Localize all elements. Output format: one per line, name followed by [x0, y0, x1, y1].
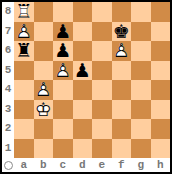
- square-b6[interactable]: [34, 41, 54, 61]
- file-label-a: a: [14, 158, 34, 172]
- square-g8[interactable]: [131, 2, 151, 22]
- piece-outline: ♙: [112, 41, 132, 61]
- square-a4[interactable]: [14, 80, 34, 100]
- square-h8[interactable]: [151, 2, 171, 22]
- piece-outline: ♙: [53, 61, 73, 81]
- square-d8[interactable]: [73, 2, 93, 22]
- side-to-move-corner: [2, 158, 14, 172]
- file-label-d: d: [73, 158, 93, 172]
- square-g5[interactable]: [131, 61, 151, 81]
- black-pawn[interactable]: ♟: [53, 41, 73, 61]
- square-h7[interactable]: [151, 22, 171, 42]
- square-h6[interactable]: [151, 41, 171, 61]
- square-a6[interactable]: ♜: [14, 41, 34, 61]
- rank-label-3: 3: [2, 100, 14, 120]
- rank-label-2: 2: [2, 119, 14, 139]
- square-a1[interactable]: [14, 139, 34, 159]
- square-d4[interactable]: [73, 80, 93, 100]
- file-label-e: e: [92, 158, 112, 172]
- square-d1[interactable]: [73, 139, 93, 159]
- square-e3[interactable]: [92, 100, 112, 120]
- white-pawn[interactable]: ♟♙: [112, 41, 132, 61]
- square-h2[interactable]: [151, 119, 171, 139]
- square-a5[interactable]: [14, 61, 34, 81]
- piece-outline: ♙: [14, 22, 34, 42]
- square-e4[interactable]: [92, 80, 112, 100]
- square-e1[interactable]: [92, 139, 112, 159]
- square-b5[interactable]: [34, 61, 54, 81]
- piece-outline: ♔: [34, 100, 54, 120]
- white-pawn[interactable]: ♟♙: [34, 80, 54, 100]
- square-b4[interactable]: ♟♙: [34, 80, 54, 100]
- chess-diagram: 8♜♖7♟♙♟♚6♜♟♟♙5♟♙♟4♟♙3♚♔21abcdefgh: [0, 0, 172, 174]
- square-b8[interactable]: [34, 2, 54, 22]
- square-h1[interactable]: [151, 139, 171, 159]
- chess-board: 8♜♖7♟♙♟♚6♜♟♟♙5♟♙♟4♟♙3♚♔21abcdefgh: [2, 2, 170, 172]
- square-b1[interactable]: [34, 139, 54, 159]
- square-d5[interactable]: ♟: [73, 61, 93, 81]
- white-pawn[interactable]: ♟♙: [14, 22, 34, 42]
- square-h4[interactable]: [151, 80, 171, 100]
- square-c2[interactable]: [53, 119, 73, 139]
- rank-label-6: 6: [2, 41, 14, 61]
- square-e2[interactable]: [92, 119, 112, 139]
- square-b3[interactable]: ♚♔: [34, 100, 54, 120]
- square-f7[interactable]: ♚: [112, 22, 132, 42]
- file-label-c: c: [53, 158, 73, 172]
- square-f4[interactable]: [112, 80, 132, 100]
- square-c7[interactable]: ♟: [53, 22, 73, 42]
- black-rook[interactable]: ♜: [14, 41, 34, 61]
- square-c1[interactable]: [53, 139, 73, 159]
- rank-label-4: 4: [2, 80, 14, 100]
- square-f8[interactable]: [112, 2, 132, 22]
- square-d3[interactable]: [73, 100, 93, 120]
- square-g6[interactable]: [131, 41, 151, 61]
- white-pawn[interactable]: ♟♙: [53, 61, 73, 81]
- square-f1[interactable]: [112, 139, 132, 159]
- square-a7[interactable]: ♟♙: [14, 22, 34, 42]
- square-g1[interactable]: [131, 139, 151, 159]
- rank-label-8: 8: [2, 2, 14, 22]
- file-label-h: h: [151, 158, 171, 172]
- square-a2[interactable]: [14, 119, 34, 139]
- rank-label-7: 7: [2, 22, 14, 42]
- square-b7[interactable]: [34, 22, 54, 42]
- square-g3[interactable]: [131, 100, 151, 120]
- square-h5[interactable]: [151, 61, 171, 81]
- white-rook[interactable]: ♜♖: [14, 2, 34, 22]
- square-c8[interactable]: [53, 2, 73, 22]
- square-f3[interactable]: [112, 100, 132, 120]
- square-g2[interactable]: [131, 119, 151, 139]
- black-king[interactable]: ♚: [112, 22, 132, 42]
- rank-label-5: 5: [2, 61, 14, 81]
- square-f5[interactable]: [112, 61, 132, 81]
- white-king[interactable]: ♚♔: [34, 100, 54, 120]
- white-to-move-indicator-icon: [4, 161, 13, 170]
- square-e5[interactable]: [92, 61, 112, 81]
- square-e6[interactable]: [92, 41, 112, 61]
- square-c4[interactable]: [53, 80, 73, 100]
- piece-outline: ♙: [34, 80, 54, 100]
- rank-label-1: 1: [2, 139, 14, 159]
- square-c6[interactable]: ♟: [53, 41, 73, 61]
- file-label-b: b: [34, 158, 54, 172]
- square-a8[interactable]: ♜♖: [14, 2, 34, 22]
- square-c5[interactable]: ♟♙: [53, 61, 73, 81]
- square-d6[interactable]: [73, 41, 93, 61]
- square-c3[interactable]: [53, 100, 73, 120]
- square-h3[interactable]: [151, 100, 171, 120]
- square-e8[interactable]: [92, 2, 112, 22]
- square-g7[interactable]: [131, 22, 151, 42]
- square-f6[interactable]: ♟♙: [112, 41, 132, 61]
- piece-outline: ♖: [14, 2, 34, 22]
- square-e7[interactable]: [92, 22, 112, 42]
- square-b2[interactable]: [34, 119, 54, 139]
- square-d2[interactable]: [73, 119, 93, 139]
- file-label-f: f: [112, 158, 132, 172]
- file-label-g: g: [131, 158, 151, 172]
- square-f2[interactable]: [112, 119, 132, 139]
- black-pawn[interactable]: ♟: [53, 22, 73, 42]
- square-g4[interactable]: [131, 80, 151, 100]
- square-a3[interactable]: [14, 100, 34, 120]
- square-d7[interactable]: [73, 22, 93, 42]
- black-pawn[interactable]: ♟: [73, 61, 93, 81]
